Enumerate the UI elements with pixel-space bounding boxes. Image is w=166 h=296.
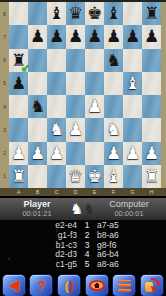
file-label-b: B [28, 188, 47, 196]
square-e1[interactable]: ♚ [85, 165, 104, 188]
square-g2[interactable]: ♟ [123, 142, 142, 165]
back-button[interactable] [2, 274, 26, 296]
black-queen: ♛ [66, 2, 85, 25]
white-pawn: ♟ [47, 142, 66, 165]
square-d6[interactable] [66, 49, 85, 72]
square-h8[interactable]: ♜ [142, 2, 161, 25]
square-d5[interactable] [66, 72, 85, 95]
side-icons: ♞ ♞ [70, 200, 96, 218]
rank-label-7: 7 [0, 25, 9, 48]
black-pawn: ♟ [85, 25, 104, 48]
square-e7[interactable]: ♟ [85, 25, 104, 48]
white-pawn: ♟ [66, 118, 85, 141]
black-pawn: ♟ [142, 25, 161, 48]
white-pawn: ♟ [142, 142, 161, 165]
app-screen: 87654321 ♝♛♚♝♜♟♟♟♟♟♟♟♜↙♞♟♝♞♟♞♟♞♟♟♟♟♟♟♜♛♚… [0, 0, 166, 296]
square-c1[interactable] [47, 165, 66, 188]
black-bishop: ♝ [104, 2, 123, 25]
last-move-arrow-icon: ↙ [21, 62, 30, 75]
black-pawn: ♟ [28, 25, 47, 48]
square-c6[interactable] [47, 49, 66, 72]
square-a2[interactable]: ♟ [9, 142, 28, 165]
square-d3[interactable]: ♟ [66, 118, 85, 141]
hint-button[interactable]: ? [29, 274, 53, 296]
square-g7[interactable]: ♟ [123, 25, 142, 48]
square-c3[interactable]: ♞ [47, 118, 66, 141]
square-h4[interactable] [142, 95, 161, 118]
players-header: Player 00:01:21 ♞ ♞ Computer 00:00:01 [0, 198, 166, 220]
square-f3[interactable]: ♞ [104, 118, 123, 141]
white-player-clock: 00:01:21 [22, 210, 51, 218]
square-a7[interactable] [9, 25, 28, 48]
black-player-block: Computer 00:00:01 [96, 200, 162, 217]
file-label-g: G [123, 188, 142, 196]
square-b2[interactable]: ♟ [28, 142, 47, 165]
square-a4[interactable] [9, 95, 28, 118]
move-white: c1-g5 [27, 260, 77, 270]
square-e8[interactable]: ♚ [85, 2, 104, 25]
square-a3[interactable] [9, 118, 28, 141]
square-a5[interactable]: ♟ [9, 72, 28, 95]
show-move-button[interactable] [85, 274, 109, 296]
white-player-block: Player 00:01:21 [4, 200, 70, 217]
black-pawn: ♟ [9, 72, 28, 95]
square-a1[interactable]: ♜ [9, 165, 28, 188]
white-knight-icon: ♞ [70, 200, 83, 218]
info-panel: Player 00:01:21 ♞ ♞ Computer 00:00:01 e2… [0, 198, 166, 272]
white-bishop: ♝ [104, 165, 123, 188]
square-g3[interactable] [123, 118, 142, 141]
black-player-clock: 00:00:01 [114, 210, 143, 218]
square-h6[interactable] [142, 49, 161, 72]
white-bishop: ♝ [123, 72, 142, 95]
white-pawn: ♟ [28, 142, 47, 165]
square-g8[interactable] [123, 2, 142, 25]
rank-label-6: 6 [0, 49, 9, 72]
rank-label-3: 3 [0, 118, 9, 141]
square-d7[interactable]: ♟ [66, 25, 85, 48]
black-knight: ♞ [28, 95, 47, 118]
square-d4[interactable] [66, 95, 85, 118]
rank-label-5: 5 [0, 72, 9, 95]
file-strip: ABCDEFGH [0, 188, 166, 196]
square-c4[interactable] [47, 95, 66, 118]
square-a8[interactable] [9, 2, 28, 25]
black-bishop: ♝ [47, 2, 66, 25]
black-knight: ♞ [104, 49, 123, 72]
black-pawn: ♟ [66, 25, 85, 48]
white-pawn: ♟ [85, 95, 104, 118]
square-f5[interactable] [104, 72, 123, 95]
square-c5[interactable] [47, 72, 66, 95]
square-h2[interactable]: ♟ [142, 142, 161, 165]
square-a6[interactable]: ♜↙ [9, 49, 28, 72]
square-e6[interactable] [85, 49, 104, 72]
exit-door-icon [144, 278, 161, 293]
white-rook: ♜ [9, 165, 28, 188]
square-h7[interactable]: ♟ [142, 25, 161, 48]
rank-labels: 87654321 [0, 2, 9, 188]
file-label-h: H [142, 188, 161, 196]
square-f1[interactable]: ♝ [104, 165, 123, 188]
black-knight-icon: ♞ [83, 200, 96, 218]
file-labels: ABCDEFGH [9, 188, 166, 196]
black-pawn: ♟ [123, 25, 142, 48]
square-f6[interactable]: ♞ [104, 49, 123, 72]
square-d1[interactable]: ♛ [66, 165, 85, 188]
file-label-d: D [66, 188, 85, 196]
rank-label-8: 8 [0, 2, 9, 25]
square-e3[interactable] [85, 118, 104, 141]
white-king: ♚ [85, 165, 104, 188]
square-h1[interactable]: ♜ [142, 165, 161, 188]
square-d2[interactable] [66, 142, 85, 165]
exit-button[interactable] [140, 274, 164, 296]
back-arrow-icon [9, 280, 19, 292]
square-b5[interactable] [28, 72, 47, 95]
square-b7[interactable]: ♟ [28, 25, 47, 48]
white-queen: ♛ [66, 165, 85, 188]
square-e5[interactable] [85, 72, 104, 95]
square-f2[interactable]: ♟ [104, 142, 123, 165]
white-knight: ♞ [47, 118, 66, 141]
rank-label-2: 2 [0, 142, 9, 165]
square-g4[interactable] [123, 95, 142, 118]
eye-icon [89, 280, 105, 291]
square-h3[interactable] [142, 118, 161, 141]
square-b4[interactable]: ♞ [28, 95, 47, 118]
rank-label-4: 4 [0, 95, 9, 118]
square-e2[interactable] [85, 142, 104, 165]
move-row-5: c1-g55a8-a6 [4, 260, 166, 270]
file-label-c: C [47, 188, 66, 196]
square-f4[interactable] [104, 95, 123, 118]
file-label-a: A [9, 188, 28, 196]
square-b8[interactable] [28, 2, 47, 25]
question-mark-icon: ? [37, 278, 46, 294]
white-rook: ♜ [142, 165, 161, 188]
black-pawn: ♟ [47, 25, 66, 48]
square-e4[interactable]: ♟ [85, 95, 104, 118]
menu-bars-icon [118, 280, 131, 292]
square-g6[interactable] [123, 49, 142, 72]
move-number: 5 [77, 260, 97, 270]
square-f7[interactable]: ♟ [104, 25, 123, 48]
square-b3[interactable] [28, 118, 47, 141]
move-black: a8-a6 [97, 260, 147, 270]
square-b1[interactable] [28, 165, 47, 188]
square-b6[interactable] [28, 49, 47, 72]
toolbar: ? () [0, 272, 166, 296]
rank-label-1: 1 [0, 165, 9, 188]
file-label-f: F [104, 188, 123, 196]
board-squares: ♝♛♚♝♜♟♟♟♟♟♟♟♜↙♞♟♝♞♟♞♟♞♟♟♟♟♟♟♜♛♚♝♜ [9, 2, 161, 188]
square-h5[interactable] [142, 72, 161, 95]
square-c2[interactable]: ♟ [47, 142, 66, 165]
square-d8[interactable]: ♛ [66, 2, 85, 25]
chess-board: 87654321 ♝♛♚♝♜♟♟♟♟♟♟♟♜↙♞♟♝♞♟♞♟♞♟♟♟♟♟♟♜♛♚… [0, 0, 166, 196]
move-list: e2-e41a7-a5g1-f32b8-a6b1-c33g8-f6d2-d34a… [4, 221, 166, 270]
white-knight: ♞ [104, 118, 123, 141]
square-c7[interactable]: ♟ [47, 25, 66, 48]
white-pawn: ♟ [9, 142, 28, 165]
square-g1[interactable] [123, 165, 142, 188]
black-rook: ♜ [142, 2, 161, 25]
menu-button[interactable] [112, 274, 136, 296]
square-f8[interactable]: ♝ [104, 2, 123, 25]
parentheses-icon: () [65, 279, 74, 292]
white-pawn: ♟ [104, 142, 123, 165]
square-g5[interactable]: ♝ [123, 72, 142, 95]
white-pawn: ♟ [123, 142, 142, 165]
black-pawn: ♟ [104, 25, 123, 48]
file-label-e: E [85, 188, 104, 196]
switch-sides-button[interactable]: () [57, 274, 81, 296]
black-king: ♚ [85, 2, 104, 25]
square-c8[interactable]: ♝ [47, 2, 66, 25]
